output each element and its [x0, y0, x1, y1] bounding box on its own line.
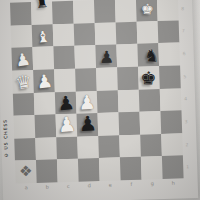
- piece-black-rook-b8[interactable]: ♜: [34, 0, 48, 11]
- file-label-f: f: [121, 181, 142, 188]
- piece-black-king-g5[interactable]: ♚: [139, 69, 156, 88]
- chess-board: ♜♚♝♟♟♞♛♟♚♟♟♟♟ ❖ © US CHESS abcdefgh 8765…: [0, 0, 198, 200]
- square-g4[interactable]: [139, 89, 161, 112]
- file-label-g: g: [142, 180, 163, 187]
- square-b3[interactable]: [35, 114, 57, 137]
- file-label-c: c: [58, 183, 79, 190]
- square-b6[interactable]: [32, 47, 54, 70]
- square-b1[interactable]: [36, 160, 58, 183]
- square-g3[interactable]: [139, 111, 161, 134]
- square-c5[interactable]: [54, 69, 76, 92]
- square-a2[interactable]: [14, 138, 36, 161]
- square-d2[interactable]: [77, 136, 99, 159]
- file-label-b: b: [37, 183, 58, 190]
- square-f7[interactable]: [116, 21, 138, 44]
- square-d1[interactable]: [78, 158, 100, 181]
- rank-label-2: 2: [185, 133, 189, 156]
- square-f6[interactable]: [116, 44, 138, 67]
- square-h2[interactable]: [161, 133, 183, 156]
- board-logo: ❖: [15, 160, 37, 183]
- square-h1[interactable]: [162, 156, 184, 179]
- rank-label-7: 7: [182, 20, 186, 43]
- piece-white-pawn-b5[interactable]: ♟: [35, 72, 53, 92]
- square-c8[interactable]: [52, 1, 74, 24]
- square-e7[interactable]: [95, 22, 117, 45]
- photo-scene: ♜♚♝♟♟♞♛♟♚♟♟♟♟ ❖ © US CHESS abcdefgh 8765…: [0, 0, 200, 200]
- piece-black-knight-g6[interactable]: ♞: [143, 48, 159, 66]
- square-d7[interactable]: [74, 23, 96, 46]
- square-c6[interactable]: [53, 46, 75, 69]
- square-e8[interactable]: [94, 0, 116, 23]
- rank-label-6: 6: [182, 42, 186, 65]
- board-edge-text: © US CHESS: [1, 88, 8, 158]
- square-c7[interactable]: [53, 23, 75, 46]
- square-a7[interactable]: [11, 25, 33, 48]
- square-f4[interactable]: [118, 89, 140, 112]
- square-h4[interactable]: [160, 88, 182, 111]
- piece-black-pawn-d3[interactable]: ♟: [78, 114, 97, 135]
- rank-label-4: 4: [184, 88, 188, 111]
- square-h5[interactable]: [159, 65, 181, 88]
- rank-label-3: 3: [184, 110, 188, 133]
- square-e4[interactable]: [97, 90, 119, 113]
- square-h8[interactable]: [157, 0, 179, 21]
- square-b4[interactable]: [34, 92, 56, 115]
- piece-white-pawn-a6[interactable]: ♟: [14, 51, 31, 70]
- piece-white-king-g8[interactable]: ♚: [140, 2, 153, 17]
- board-grid: ♜♚♝♟♟♞♛♟♚♟♟♟♟: [10, 0, 184, 184]
- rank-label-8: 8: [181, 0, 185, 20]
- square-g1[interactable]: [141, 156, 163, 179]
- square-a8[interactable]: [10, 2, 32, 25]
- file-label-d: d: [79, 182, 100, 189]
- square-e2[interactable]: [98, 135, 120, 158]
- square-f3[interactable]: [118, 112, 140, 135]
- rank-label-1: 1: [186, 156, 190, 179]
- piece-black-pawn-e6[interactable]: ♟: [99, 49, 114, 66]
- file-label-a: a: [16, 184, 37, 191]
- square-f2[interactable]: [119, 134, 141, 157]
- square-f8[interactable]: [115, 0, 137, 22]
- square-a4[interactable]: [13, 92, 35, 115]
- square-h3[interactable]: [160, 110, 182, 133]
- square-d6[interactable]: [74, 45, 96, 68]
- square-c1[interactable]: [57, 159, 79, 182]
- piece-white-bishop-b7[interactable]: ♝: [35, 29, 51, 46]
- square-e5[interactable]: [96, 67, 118, 90]
- file-label-e: e: [100, 181, 121, 188]
- square-g7[interactable]: [137, 21, 159, 44]
- square-a3[interactable]: [14, 115, 36, 138]
- us-chess-logo-icon: ❖: [19, 162, 33, 180]
- square-g2[interactable]: [140, 134, 162, 157]
- square-f1[interactable]: [120, 157, 142, 180]
- square-c2[interactable]: [56, 136, 78, 159]
- piece-white-pawn-c3[interactable]: ♟: [56, 114, 76, 136]
- square-e1[interactable]: [99, 158, 121, 181]
- square-h6[interactable]: [158, 43, 180, 66]
- square-d5[interactable]: [75, 68, 97, 91]
- rank-label-5: 5: [183, 65, 187, 88]
- file-label-h: h: [163, 179, 184, 186]
- square-d8[interactable]: [73, 0, 95, 23]
- piece-white-queen-a5[interactable]: ♛: [14, 72, 33, 92]
- square-b2[interactable]: [35, 137, 57, 160]
- square-f5[interactable]: [117, 67, 139, 90]
- square-h7[interactable]: [158, 20, 180, 43]
- piece-white-pawn-d4[interactable]: ♟: [78, 92, 96, 112]
- square-e3[interactable]: [98, 112, 120, 135]
- piece-black-pawn-c4[interactable]: ♟: [56, 93, 75, 114]
